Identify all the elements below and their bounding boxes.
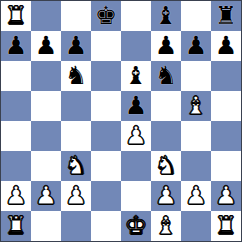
- square-h6[interactable]: [211, 61, 241, 91]
- square-e2[interactable]: [121, 181, 151, 211]
- square-c7[interactable]: ♟: [61, 31, 91, 61]
- black-knight[interactable]: ♞: [155, 61, 177, 91]
- white-bishop[interactable]: ♝: [155, 211, 177, 241]
- white-pawn[interactable]: ♟: [65, 181, 87, 211]
- white-king[interactable]: ♚: [125, 211, 147, 241]
- square-d7[interactable]: [91, 31, 121, 61]
- square-h5[interactable]: [211, 91, 241, 121]
- square-b3[interactable]: [31, 151, 61, 181]
- square-d6[interactable]: [91, 61, 121, 91]
- white-rook[interactable]: ♜: [215, 211, 237, 241]
- white-pawn[interactable]: ♟: [215, 181, 237, 211]
- square-h1[interactable]: ♜: [211, 211, 241, 241]
- white-pawn[interactable]: ♟: [5, 181, 27, 211]
- square-a7[interactable]: ♟: [1, 31, 31, 61]
- black-pawn[interactable]: ♟: [5, 31, 27, 61]
- square-d1[interactable]: [91, 211, 121, 241]
- square-b7[interactable]: ♟: [31, 31, 61, 61]
- chess-board: ♜♚♝♜♟♟♟♟♟♟♞♝♞♟♝♟♞♞♟♟♟♟♟♟♜♚♝♜: [0, 0, 242, 242]
- black-pawn[interactable]: ♟: [125, 91, 147, 121]
- square-f3[interactable]: ♞: [151, 151, 181, 181]
- square-f1[interactable]: ♝: [151, 211, 181, 241]
- black-pawn[interactable]: ♟: [35, 31, 57, 61]
- square-f6[interactable]: ♞: [151, 61, 181, 91]
- square-a1[interactable]: ♜: [1, 211, 31, 241]
- square-c5[interactable]: [61, 91, 91, 121]
- square-g1[interactable]: [181, 211, 211, 241]
- square-h8[interactable]: ♜: [211, 1, 241, 31]
- square-d8[interactable]: ♚: [91, 1, 121, 31]
- square-e8[interactable]: [121, 1, 151, 31]
- square-d2[interactable]: [91, 181, 121, 211]
- black-rook[interactable]: ♜: [215, 1, 237, 31]
- square-c2[interactable]: ♟: [61, 181, 91, 211]
- square-h4[interactable]: [211, 121, 241, 151]
- black-pawn[interactable]: ♟: [155, 31, 177, 61]
- square-b5[interactable]: [31, 91, 61, 121]
- square-g8[interactable]: [181, 1, 211, 31]
- black-pawn[interactable]: ♟: [185, 31, 207, 61]
- black-bishop[interactable]: ♝: [155, 1, 177, 31]
- square-g6[interactable]: [181, 61, 211, 91]
- square-c8[interactable]: [61, 1, 91, 31]
- square-h7[interactable]: ♟: [211, 31, 241, 61]
- square-c4[interactable]: [61, 121, 91, 151]
- square-h3[interactable]: [211, 151, 241, 181]
- white-pawn[interactable]: ♟: [125, 121, 147, 151]
- square-h2[interactable]: ♟: [211, 181, 241, 211]
- square-b8[interactable]: [31, 1, 61, 31]
- square-f5[interactable]: [151, 91, 181, 121]
- white-bishop[interactable]: ♝: [185, 91, 207, 121]
- black-pawn[interactable]: ♟: [65, 31, 87, 61]
- square-g7[interactable]: ♟: [181, 31, 211, 61]
- square-e3[interactable]: [121, 151, 151, 181]
- square-g3[interactable]: [181, 151, 211, 181]
- square-c6[interactable]: ♞: [61, 61, 91, 91]
- square-b2[interactable]: ♟: [31, 181, 61, 211]
- square-g4[interactable]: [181, 121, 211, 151]
- square-d3[interactable]: [91, 151, 121, 181]
- black-pawn[interactable]: ♟: [215, 31, 237, 61]
- square-b4[interactable]: [31, 121, 61, 151]
- square-f8[interactable]: ♝: [151, 1, 181, 31]
- square-e7[interactable]: [121, 31, 151, 61]
- white-knight[interactable]: ♞: [65, 151, 87, 181]
- square-e4[interactable]: ♟: [121, 121, 151, 151]
- square-d4[interactable]: [91, 121, 121, 151]
- square-e1[interactable]: ♚: [121, 211, 151, 241]
- square-a3[interactable]: [1, 151, 31, 181]
- square-c1[interactable]: [61, 211, 91, 241]
- square-e5[interactable]: ♟: [121, 91, 151, 121]
- square-b6[interactable]: [31, 61, 61, 91]
- square-c3[interactable]: ♞: [61, 151, 91, 181]
- square-a2[interactable]: ♟: [1, 181, 31, 211]
- black-bishop[interactable]: ♝: [125, 61, 147, 91]
- square-f4[interactable]: [151, 121, 181, 151]
- square-d5[interactable]: [91, 91, 121, 121]
- square-e6[interactable]: ♝: [121, 61, 151, 91]
- square-a6[interactable]: [1, 61, 31, 91]
- white-pawn[interactable]: ♟: [185, 181, 207, 211]
- square-g2[interactable]: ♟: [181, 181, 211, 211]
- square-g5[interactable]: ♝: [181, 91, 211, 121]
- square-f7[interactable]: ♟: [151, 31, 181, 61]
- square-a5[interactable]: [1, 91, 31, 121]
- black-king[interactable]: ♚: [95, 1, 117, 31]
- black-knight[interactable]: ♞: [65, 61, 87, 91]
- white-pawn[interactable]: ♟: [35, 181, 57, 211]
- square-b1[interactable]: [31, 211, 61, 241]
- white-pawn[interactable]: ♟: [155, 181, 177, 211]
- square-f2[interactable]: ♟: [151, 181, 181, 211]
- square-a4[interactable]: [1, 121, 31, 151]
- square-a8[interactable]: ♜: [1, 1, 31, 31]
- white-knight[interactable]: ♞: [155, 151, 177, 181]
- white-rook[interactable]: ♜: [5, 211, 27, 241]
- white-rook[interactable]: ♜: [5, 1, 27, 31]
